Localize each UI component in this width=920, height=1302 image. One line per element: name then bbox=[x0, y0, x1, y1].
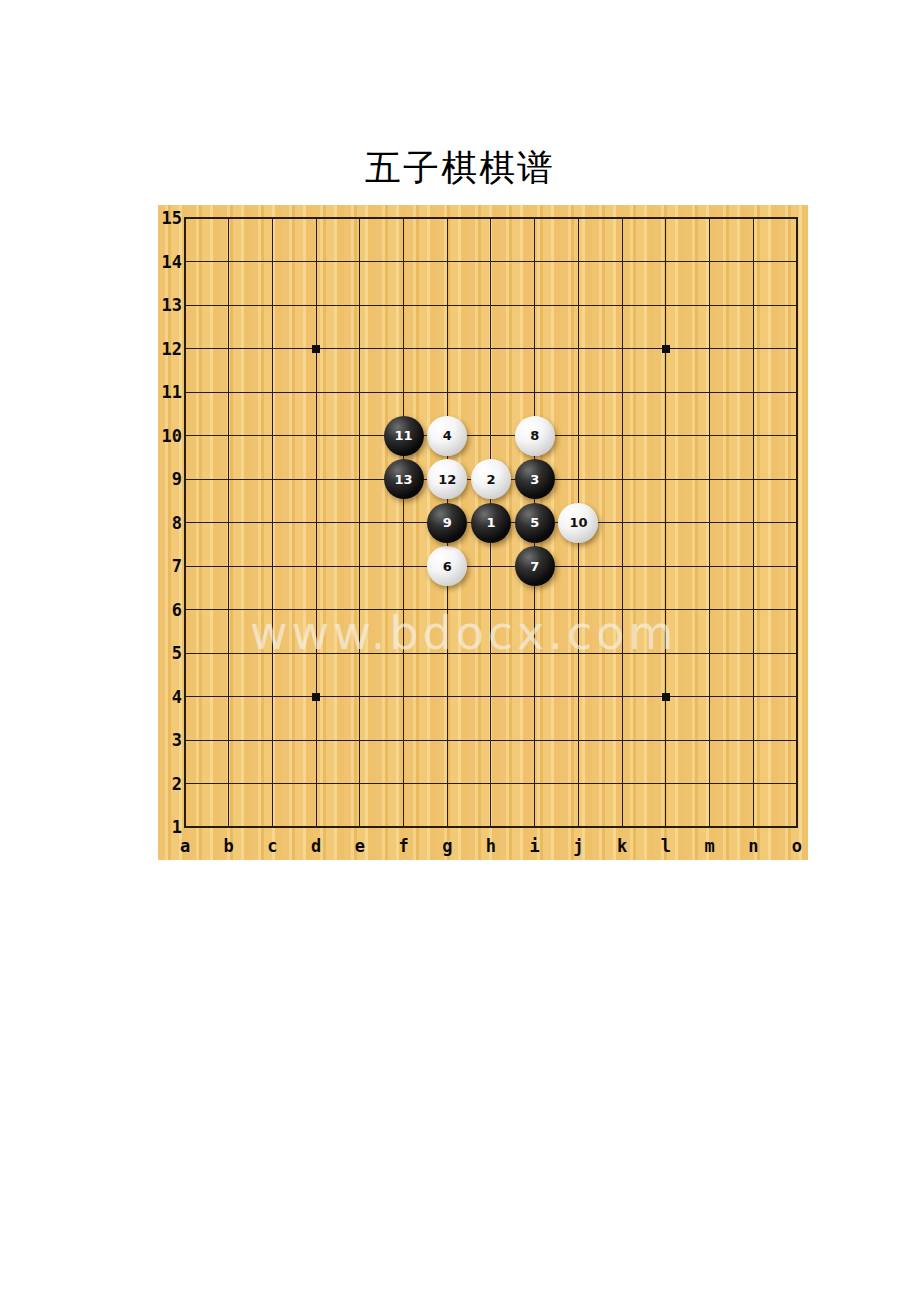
row-label-3: 3 bbox=[159, 731, 182, 749]
stone-move-2-h9: 2 bbox=[471, 459, 511, 499]
stone-move-5-i8: 5 bbox=[515, 503, 555, 543]
col-label-n: n bbox=[742, 836, 764, 856]
row-label-12: 12 bbox=[159, 340, 182, 358]
star-point-l12 bbox=[662, 345, 670, 353]
stone-move-8-i10: 8 bbox=[515, 416, 555, 456]
stone-move-number: 5 bbox=[530, 515, 539, 530]
stone-move-number: 12 bbox=[438, 472, 456, 487]
col-label-g: g bbox=[436, 836, 458, 856]
grid-line-vertical bbox=[796, 217, 798, 828]
row-label-6: 6 bbox=[159, 601, 182, 619]
star-point-d4 bbox=[312, 693, 320, 701]
grid-line-horizontal bbox=[184, 783, 798, 784]
grid-line-horizontal bbox=[184, 696, 798, 697]
grid-line-horizontal bbox=[184, 566, 798, 567]
grid-line-vertical bbox=[665, 217, 666, 828]
stone-move-number: 13 bbox=[395, 472, 413, 487]
stone-move-7-i7: 7 bbox=[515, 546, 555, 586]
stone-move-number: 10 bbox=[569, 515, 587, 530]
row-label-2: 2 bbox=[159, 775, 182, 793]
row-label-9: 9 bbox=[159, 470, 182, 488]
stone-move-1-h8: 1 bbox=[471, 503, 511, 543]
stone-move-number: 7 bbox=[530, 559, 539, 574]
grid-line-horizontal bbox=[184, 826, 798, 828]
row-label-15: 15 bbox=[159, 209, 182, 227]
grid-line-horizontal bbox=[184, 740, 798, 741]
stone-move-9-g8: 9 bbox=[427, 503, 467, 543]
col-label-e: e bbox=[349, 836, 371, 856]
stone-move-13-f9: 13 bbox=[384, 459, 424, 499]
col-label-j: j bbox=[567, 836, 589, 856]
col-label-b: b bbox=[218, 836, 240, 856]
col-label-h: h bbox=[480, 836, 502, 856]
col-label-m: m bbox=[699, 836, 721, 856]
grid-line-vertical bbox=[709, 217, 710, 828]
col-label-d: d bbox=[305, 836, 327, 856]
watermark-text: www.bdocx.com bbox=[250, 606, 677, 660]
stone-move-number: 8 bbox=[530, 428, 539, 443]
stone-move-6-g7: 6 bbox=[427, 546, 467, 586]
row-label-11: 11 bbox=[159, 383, 182, 401]
stone-move-number: 4 bbox=[443, 428, 452, 443]
gomoku-board: 151413121110987654321abcdefghijklmnowww.… bbox=[158, 205, 808, 860]
star-point-d12 bbox=[312, 345, 320, 353]
page-title: 五子棋棋谱 bbox=[0, 144, 920, 193]
stone-move-number: 2 bbox=[486, 472, 495, 487]
col-label-i: i bbox=[524, 836, 546, 856]
row-label-7: 7 bbox=[159, 557, 182, 575]
col-label-f: f bbox=[393, 836, 415, 856]
row-label-14: 14 bbox=[159, 253, 182, 271]
star-point-l4 bbox=[662, 693, 670, 701]
grid-line-vertical bbox=[622, 217, 623, 828]
document-page: 五子棋棋谱 151413121110987654321abcdefghijklm… bbox=[0, 0, 920, 1302]
col-label-o: o bbox=[786, 836, 808, 856]
stone-move-number: 6 bbox=[443, 559, 452, 574]
stone-move-3-i9: 3 bbox=[515, 459, 555, 499]
grid-line-vertical bbox=[753, 217, 754, 828]
row-label-1: 1 bbox=[159, 818, 182, 836]
stone-move-number: 3 bbox=[530, 472, 539, 487]
row-label-8: 8 bbox=[159, 514, 182, 532]
col-label-k: k bbox=[611, 836, 633, 856]
stone-move-number: 1 bbox=[486, 515, 495, 530]
stone-move-number: 11 bbox=[395, 428, 413, 443]
stone-move-12-g9: 12 bbox=[427, 459, 467, 499]
stone-move-11-f10: 11 bbox=[384, 416, 424, 456]
stone-move-10-j8: 10 bbox=[558, 503, 598, 543]
stone-move-number: 9 bbox=[443, 515, 452, 530]
row-label-4: 4 bbox=[159, 688, 182, 706]
col-label-c: c bbox=[261, 836, 283, 856]
stone-move-4-g10: 4 bbox=[427, 416, 467, 456]
row-label-5: 5 bbox=[159, 644, 182, 662]
row-label-13: 13 bbox=[159, 296, 182, 314]
row-label-10: 10 bbox=[159, 427, 182, 445]
col-label-l: l bbox=[655, 836, 677, 856]
col-label-a: a bbox=[174, 836, 196, 856]
